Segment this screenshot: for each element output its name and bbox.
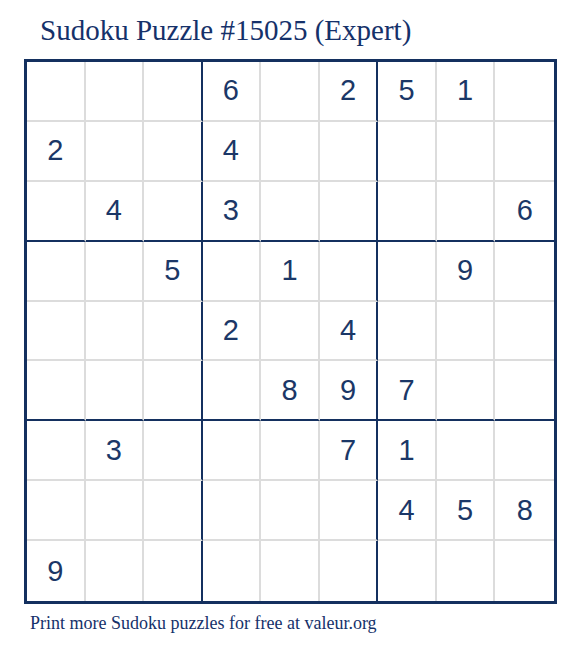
cell-r5-c8 [437,302,496,362]
cell-r5-c3 [144,302,203,362]
cell-r5-c2 [86,302,145,362]
page-title: Sudoku Puzzle #15025 (Expert) [40,14,411,47]
cell-r7-c5 [261,421,320,481]
cell-r5-c7 [378,302,437,362]
cell-r6-c2 [86,361,145,421]
cell-r3-c9: 6 [495,182,554,242]
cell-r2-c9 [495,122,554,182]
cell-r7-c2: 3 [86,421,145,481]
cell-r8-c3 [144,481,203,541]
cell-r3-c8 [437,182,496,242]
cell-r2-c7 [378,122,437,182]
cell-r8-c1 [27,481,86,541]
cell-r4-c1 [27,242,86,302]
cell-r4-c5: 1 [261,242,320,302]
cell-r1-c1 [27,62,86,122]
cell-r3-c6 [320,182,379,242]
cell-r7-c7: 1 [378,421,437,481]
cell-r6-c1 [27,361,86,421]
cell-r6-c3 [144,361,203,421]
cell-r2-c2 [86,122,145,182]
cell-r3-c4: 3 [203,182,262,242]
cell-r3-c2: 4 [86,182,145,242]
cell-r5-c4: 2 [203,302,262,362]
cell-r2-c5 [261,122,320,182]
cell-r9-c5 [261,541,320,601]
cell-r1-c3 [144,62,203,122]
cell-r8-c7: 4 [378,481,437,541]
cell-r2-c6 [320,122,379,182]
cell-r9-c3 [144,541,203,601]
cell-r7-c4 [203,421,262,481]
cell-r5-c6: 4 [320,302,379,362]
cell-r8-c6 [320,481,379,541]
cell-r3-c3 [144,182,203,242]
cell-r4-c2 [86,242,145,302]
cell-r2-c8 [437,122,496,182]
cell-r1-c9 [495,62,554,122]
cell-r1-c4: 6 [203,62,262,122]
cell-r9-c8 [437,541,496,601]
cell-r2-c1: 2 [27,122,86,182]
cell-r5-c5 [261,302,320,362]
cell-r9-c6 [320,541,379,601]
cell-r2-c4: 4 [203,122,262,182]
cell-r3-c5 [261,182,320,242]
cell-r2-c3 [144,122,203,182]
cell-r3-c1 [27,182,86,242]
cell-r4-c8: 9 [437,242,496,302]
cell-r1-c5 [261,62,320,122]
cell-r6-c9 [495,361,554,421]
cell-r1-c8: 1 [437,62,496,122]
cell-r1-c2 [86,62,145,122]
cell-r4-c9 [495,242,554,302]
cell-r9-c2 [86,541,145,601]
cell-r7-c3 [144,421,203,481]
sudoku-board: 625124436519248973714589 [24,59,557,604]
cell-r6-c4 [203,361,262,421]
cell-r9-c1: 9 [27,541,86,601]
cell-r4-c4 [203,242,262,302]
cell-r6-c8 [437,361,496,421]
cell-r1-c7: 5 [378,62,437,122]
cell-r7-c1 [27,421,86,481]
cell-r5-c1 [27,302,86,362]
cell-r8-c8: 5 [437,481,496,541]
cell-r4-c3: 5 [144,242,203,302]
cell-r3-c7 [378,182,437,242]
cell-r9-c9 [495,541,554,601]
cell-r5-c9 [495,302,554,362]
cell-r8-c9: 8 [495,481,554,541]
cell-r8-c2 [86,481,145,541]
cell-r6-c7: 7 [378,361,437,421]
cell-r9-c7 [378,541,437,601]
cell-r9-c4 [203,541,262,601]
cell-r7-c9 [495,421,554,481]
cell-r8-c5 [261,481,320,541]
cell-r4-c6 [320,242,379,302]
cell-r4-c7 [378,242,437,302]
cell-r6-c6: 9 [320,361,379,421]
cell-r7-c8 [437,421,496,481]
cell-r7-c6: 7 [320,421,379,481]
cell-r6-c5: 8 [261,361,320,421]
cell-r1-c6: 2 [320,62,379,122]
footer-text: Print more Sudoku puzzles for free at va… [30,613,377,634]
cell-r8-c4 [203,481,262,541]
